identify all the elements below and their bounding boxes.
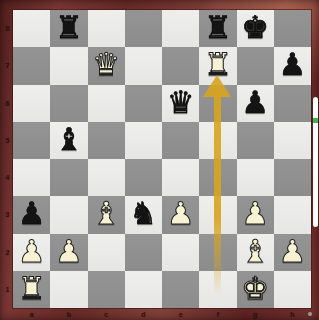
square-d6[interactable] xyxy=(125,85,162,122)
chess-board-frame: ♜♜♚♛♜♟♛♟♝♟♝♞♟♟♟♟♝♟♜♚ 87654321abcdefgh xyxy=(0,0,319,320)
square-e5[interactable] xyxy=(162,122,199,159)
file-label-g: g xyxy=(237,309,274,319)
square-c2[interactable] xyxy=(88,234,125,271)
piece-white-rook: ♜ xyxy=(18,273,46,304)
square-b1[interactable] xyxy=(50,271,87,308)
square-h1[interactable] xyxy=(274,271,311,308)
square-h6[interactable] xyxy=(274,85,311,122)
square-g2[interactable]: ♝ xyxy=(237,234,274,271)
file-label-d: d xyxy=(125,309,162,319)
rank-label-4: 4 xyxy=(3,159,12,196)
square-c3[interactable]: ♝ xyxy=(88,196,125,233)
file-label-e: e xyxy=(162,309,199,319)
file-label-c: c xyxy=(88,309,125,319)
square-b7[interactable] xyxy=(50,47,87,84)
piece-black-bishop: ♝ xyxy=(55,124,83,155)
square-f8[interactable]: ♜ xyxy=(199,10,236,47)
square-g7[interactable] xyxy=(237,47,274,84)
rank-label-1: 1 xyxy=(3,271,12,308)
rank-label-8: 8 xyxy=(3,10,12,47)
square-h4[interactable] xyxy=(274,159,311,196)
move-arrow-shaft xyxy=(214,95,221,297)
square-b3[interactable] xyxy=(50,196,87,233)
square-a8[interactable] xyxy=(13,10,50,47)
square-g6[interactable]: ♟ xyxy=(237,85,274,122)
video-progress-slider[interactable] xyxy=(313,97,318,227)
square-a3[interactable]: ♟ xyxy=(13,196,50,233)
square-e7[interactable] xyxy=(162,47,199,84)
rank-label-6: 6 xyxy=(3,85,12,122)
file-label-h: h xyxy=(274,309,311,319)
chess-board: ♜♜♚♛♜♟♛♟♝♟♝♞♟♟♟♟♝♟♜♚ xyxy=(13,10,311,308)
file-label-a: a xyxy=(13,309,50,319)
piece-black-pawn: ♟ xyxy=(18,198,46,229)
square-b6[interactable] xyxy=(50,85,87,122)
piece-black-knight: ♞ xyxy=(129,198,157,229)
square-d8[interactable] xyxy=(125,10,162,47)
piece-black-king: ♚ xyxy=(241,12,269,43)
square-e3[interactable]: ♟ xyxy=(162,196,199,233)
square-e2[interactable] xyxy=(162,234,199,271)
piece-white-bishop: ♝ xyxy=(92,198,120,229)
square-a1[interactable]: ♜ xyxy=(13,271,50,308)
square-a4[interactable] xyxy=(13,159,50,196)
square-g3[interactable]: ♟ xyxy=(237,196,274,233)
square-h8[interactable] xyxy=(274,10,311,47)
piece-black-rook: ♜ xyxy=(55,12,83,43)
square-c1[interactable] xyxy=(88,271,125,308)
rank-label-5: 5 xyxy=(3,122,12,159)
piece-white-queen: ♛ xyxy=(92,49,120,80)
piece-black-pawn: ♟ xyxy=(278,49,306,80)
square-h3[interactable] xyxy=(274,196,311,233)
square-e1[interactable] xyxy=(162,271,199,308)
square-e6[interactable]: ♛ xyxy=(162,85,199,122)
square-c5[interactable] xyxy=(88,122,125,159)
square-b8[interactable]: ♜ xyxy=(50,10,87,47)
square-a6[interactable] xyxy=(13,85,50,122)
square-c8[interactable] xyxy=(88,10,125,47)
square-g5[interactable] xyxy=(237,122,274,159)
square-b2[interactable]: ♟ xyxy=(50,234,87,271)
rank-label-3: 3 xyxy=(3,196,12,233)
square-h2[interactable]: ♟ xyxy=(274,234,311,271)
move-arrow-head xyxy=(203,75,231,97)
rank-label-7: 7 xyxy=(3,47,12,84)
square-h7[interactable]: ♟ xyxy=(274,47,311,84)
square-a2[interactable]: ♟ xyxy=(13,234,50,271)
square-c4[interactable] xyxy=(88,159,125,196)
square-d5[interactable] xyxy=(125,122,162,159)
square-d3[interactable]: ♞ xyxy=(125,196,162,233)
piece-black-rook: ♜ xyxy=(204,12,232,43)
piece-white-pawn: ♟ xyxy=(18,236,46,267)
square-c7[interactable]: ♛ xyxy=(88,47,125,84)
piece-white-pawn: ♟ xyxy=(241,198,269,229)
square-b5[interactable]: ♝ xyxy=(50,122,87,159)
square-g1[interactable]: ♚ xyxy=(237,271,274,308)
piece-black-queen: ♛ xyxy=(167,87,195,118)
square-b4[interactable] xyxy=(50,159,87,196)
piece-white-bishop: ♝ xyxy=(241,236,269,267)
piece-white-king: ♚ xyxy=(241,273,269,304)
corner-dot xyxy=(308,312,312,316)
square-g4[interactable] xyxy=(237,159,274,196)
square-e8[interactable] xyxy=(162,10,199,47)
file-label-f: f xyxy=(199,309,236,319)
piece-white-pawn: ♟ xyxy=(278,236,306,267)
square-h5[interactable] xyxy=(274,122,311,159)
piece-black-pawn: ♟ xyxy=(241,87,269,118)
rank-label-2: 2 xyxy=(3,234,12,271)
square-d2[interactable] xyxy=(125,234,162,271)
square-g8[interactable]: ♚ xyxy=(237,10,274,47)
file-label-b: b xyxy=(50,309,87,319)
square-d1[interactable] xyxy=(125,271,162,308)
piece-white-pawn: ♟ xyxy=(167,198,195,229)
square-e4[interactable] xyxy=(162,159,199,196)
square-a7[interactable] xyxy=(13,47,50,84)
square-c6[interactable] xyxy=(88,85,125,122)
slider-marker-tick xyxy=(313,118,318,123)
square-d4[interactable] xyxy=(125,159,162,196)
square-a5[interactable] xyxy=(13,122,50,159)
piece-white-pawn: ♟ xyxy=(55,236,83,267)
square-d7[interactable] xyxy=(125,47,162,84)
